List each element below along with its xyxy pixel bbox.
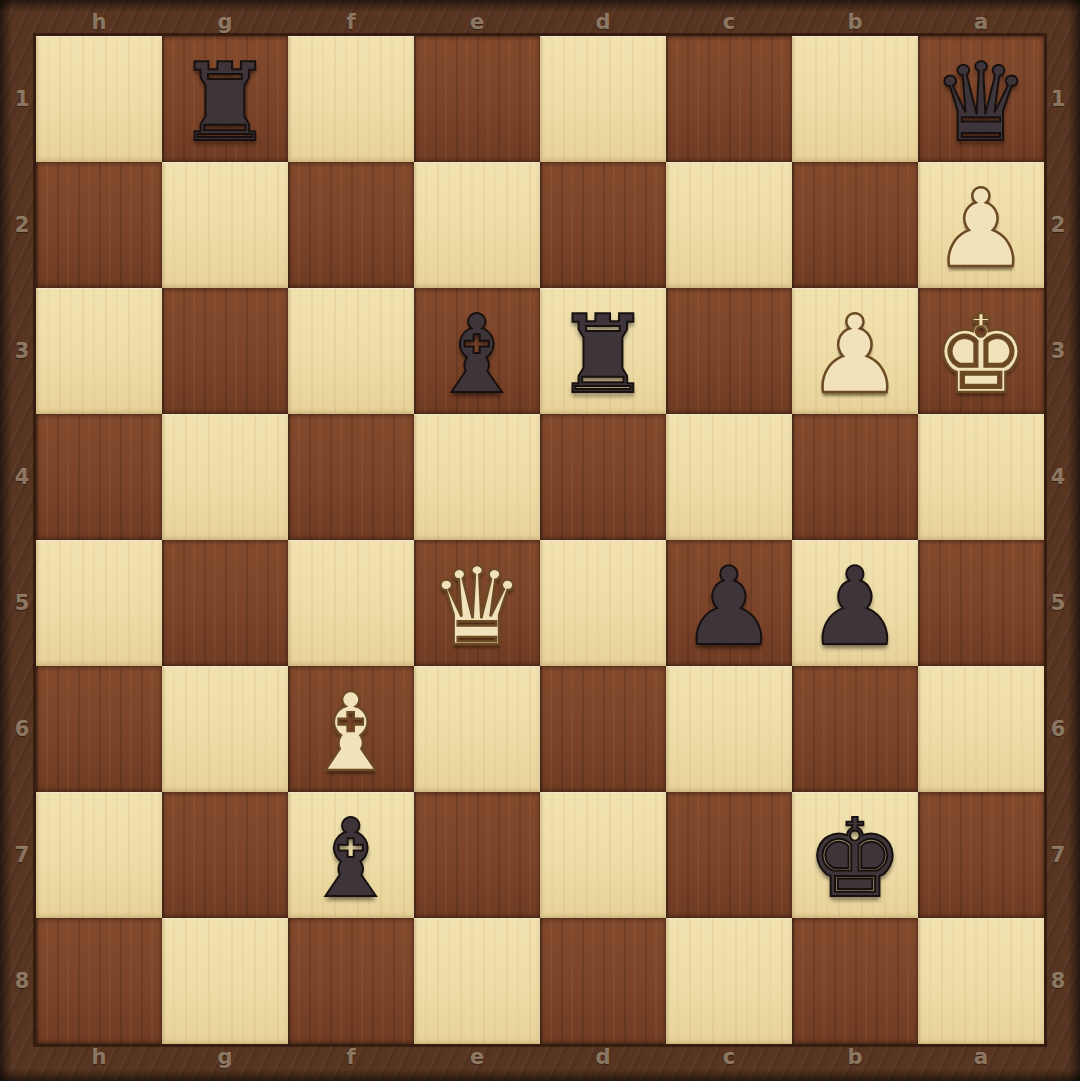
square-e6[interactable]	[414, 666, 540, 792]
square-c8[interactable]	[666, 918, 792, 1044]
square-c4[interactable]	[666, 414, 792, 540]
rank-label-3: 3	[1045, 288, 1071, 414]
square-d7[interactable]	[540, 792, 666, 918]
square-a2[interactable]: ♟	[918, 162, 1044, 288]
piece-white-bishop[interactable]: ♝	[303, 671, 400, 787]
file-label-b: b	[792, 9, 918, 35]
square-g5[interactable]	[162, 540, 288, 666]
square-f7[interactable]: ♝	[288, 792, 414, 918]
rank-label-8: 8	[1045, 918, 1071, 1044]
square-e5[interactable]: ♛	[414, 540, 540, 666]
file-label-f: f	[288, 9, 414, 35]
rank-label-3: 3	[9, 288, 35, 414]
piece-black-pawn[interactable]: ♟	[681, 545, 778, 661]
square-c7[interactable]	[666, 792, 792, 918]
file-label-e: e	[414, 1044, 540, 1070]
square-h6[interactable]	[36, 666, 162, 792]
square-d3[interactable]: ♜	[540, 288, 666, 414]
square-b1[interactable]	[792, 36, 918, 162]
square-e3[interactable]: ♝	[414, 288, 540, 414]
rank-label-4: 4	[9, 414, 35, 540]
file-label-c: c	[666, 9, 792, 35]
square-f8[interactable]	[288, 918, 414, 1044]
square-d4[interactable]	[540, 414, 666, 540]
rank-label-1: 1	[1045, 36, 1071, 162]
file-label-c: c	[666, 1044, 792, 1070]
square-e8[interactable]	[414, 918, 540, 1044]
square-f5[interactable]	[288, 540, 414, 666]
square-h4[interactable]	[36, 414, 162, 540]
file-label-f: f	[288, 1044, 414, 1070]
rank-label-4: 4	[1045, 414, 1071, 540]
square-e1[interactable]	[414, 36, 540, 162]
square-e4[interactable]	[414, 414, 540, 540]
rank-label-5: 5	[9, 540, 35, 666]
file-label-g: g	[162, 9, 288, 35]
file-label-h: h	[36, 1044, 162, 1070]
file-labels-top: hgfedcba	[36, 9, 1044, 35]
square-c6[interactable]	[666, 666, 792, 792]
square-c5[interactable]: ♟	[666, 540, 792, 666]
rank-label-6: 6	[1045, 666, 1071, 792]
square-e2[interactable]	[414, 162, 540, 288]
square-h5[interactable]	[36, 540, 162, 666]
square-c2[interactable]	[666, 162, 792, 288]
square-a7[interactable]	[918, 792, 1044, 918]
square-d5[interactable]	[540, 540, 666, 666]
file-labels-bottom: hgfedcba	[36, 1044, 1044, 1070]
square-d6[interactable]	[540, 666, 666, 792]
rank-label-1: 1	[9, 36, 35, 162]
chess-board-frame: hgfedcba hgfedcba 12345678 12345678 ♜♛♟♝…	[0, 0, 1080, 1081]
square-b6[interactable]	[792, 666, 918, 792]
file-label-d: d	[540, 9, 666, 35]
square-h7[interactable]	[36, 792, 162, 918]
square-d2[interactable]	[540, 162, 666, 288]
piece-black-bishop[interactable]: ♝	[303, 797, 400, 913]
square-g6[interactable]	[162, 666, 288, 792]
square-g8[interactable]	[162, 918, 288, 1044]
square-d8[interactable]	[540, 918, 666, 1044]
rank-label-2: 2	[9, 162, 35, 288]
square-a3[interactable]: ♚	[918, 288, 1044, 414]
square-a8[interactable]	[918, 918, 1044, 1044]
square-d1[interactable]	[540, 36, 666, 162]
square-b2[interactable]	[792, 162, 918, 288]
file-label-a: a	[918, 9, 1044, 35]
rank-label-5: 5	[1045, 540, 1071, 666]
square-g7[interactable]	[162, 792, 288, 918]
piece-white-king[interactable]: ♚	[933, 293, 1030, 409]
square-f3[interactable]	[288, 288, 414, 414]
file-label-d: d	[540, 1044, 666, 1070]
square-b5[interactable]: ♟	[792, 540, 918, 666]
file-label-g: g	[162, 1044, 288, 1070]
square-b8[interactable]	[792, 918, 918, 1044]
square-g1[interactable]: ♜	[162, 36, 288, 162]
square-g4[interactable]	[162, 414, 288, 540]
square-a1[interactable]: ♛	[918, 36, 1044, 162]
square-e7[interactable]	[414, 792, 540, 918]
square-a4[interactable]	[918, 414, 1044, 540]
file-label-h: h	[36, 9, 162, 35]
file-label-b: b	[792, 1044, 918, 1070]
square-b7[interactable]: ♚	[792, 792, 918, 918]
file-label-e: e	[414, 9, 540, 35]
chess-board: ♜♛♟♝♜♟♚♛♟♟♝♝♚	[36, 36, 1044, 1044]
rank-label-7: 7	[1045, 792, 1071, 918]
square-h3[interactable]	[36, 288, 162, 414]
piece-black-king[interactable]: ♚	[807, 797, 904, 913]
piece-black-queen[interactable]: ♛	[933, 41, 1030, 157]
square-b3[interactable]: ♟	[792, 288, 918, 414]
square-g3[interactable]	[162, 288, 288, 414]
rank-label-2: 2	[1045, 162, 1071, 288]
piece-white-queen[interactable]: ♛	[429, 545, 526, 661]
rank-labels-right: 12345678	[1045, 36, 1071, 1044]
piece-black-bishop[interactable]: ♝	[429, 293, 526, 409]
square-h8[interactable]	[36, 918, 162, 1044]
square-f6[interactable]: ♝	[288, 666, 414, 792]
square-a5[interactable]	[918, 540, 1044, 666]
rank-label-7: 7	[9, 792, 35, 918]
square-f4[interactable]	[288, 414, 414, 540]
rank-label-8: 8	[9, 918, 35, 1044]
piece-black-pawn[interactable]: ♟	[807, 545, 904, 661]
piece-black-rook[interactable]: ♜	[177, 41, 274, 157]
piece-black-rook[interactable]: ♜	[555, 293, 652, 409]
square-g2[interactable]	[162, 162, 288, 288]
file-label-a: a	[918, 1044, 1044, 1070]
piece-white-pawn[interactable]: ♟	[807, 293, 904, 409]
piece-white-pawn[interactable]: ♟	[933, 167, 1030, 283]
square-h2[interactable]	[36, 162, 162, 288]
rank-label-6: 6	[9, 666, 35, 792]
rank-labels-left: 12345678	[9, 36, 35, 1044]
square-c3[interactable]	[666, 288, 792, 414]
square-c1[interactable]	[666, 36, 792, 162]
square-f1[interactable]	[288, 36, 414, 162]
square-a6[interactable]	[918, 666, 1044, 792]
square-h1[interactable]	[36, 36, 162, 162]
square-f2[interactable]	[288, 162, 414, 288]
square-b4[interactable]	[792, 414, 918, 540]
